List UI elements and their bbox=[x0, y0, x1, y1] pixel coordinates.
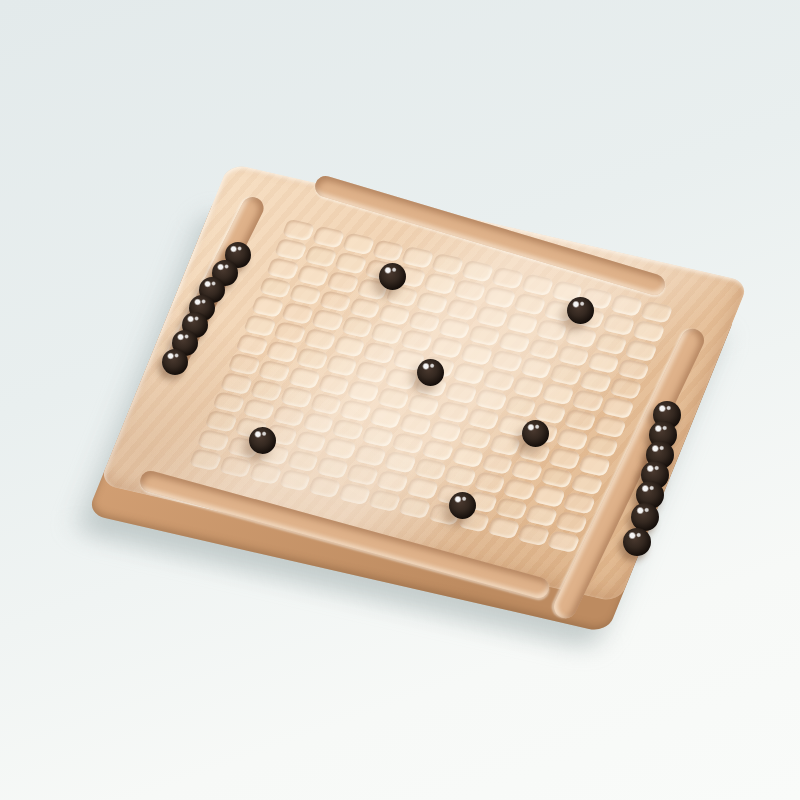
grid-cell-r8c4[interactable] bbox=[339, 399, 373, 422]
grid-cell-r4c1[interactable] bbox=[280, 302, 314, 325]
grid-cell-r3c0[interactable] bbox=[258, 276, 292, 299]
black-marble-board-5[interactable] bbox=[522, 420, 549, 447]
grid-cell-r5c3[interactable] bbox=[332, 335, 366, 358]
grid-cell-r8c7[interactable] bbox=[429, 420, 463, 443]
grid-cell-r4c4[interactable] bbox=[370, 323, 404, 346]
grid-cell-r0c12[interactable] bbox=[640, 301, 674, 324]
grid-cell-r5c11[interactable] bbox=[571, 389, 605, 412]
grid-cell-r5c9[interactable] bbox=[511, 376, 545, 399]
grid-cell-r10c5[interactable] bbox=[353, 444, 387, 467]
grid-cell-r7c7[interactable] bbox=[436, 400, 470, 423]
grid-cell-r6c4[interactable] bbox=[355, 361, 389, 384]
grid-cell-r4c8[interactable] bbox=[489, 350, 523, 373]
grid-cell-r11c7[interactable] bbox=[405, 477, 439, 500]
grid-cell-r8c6[interactable] bbox=[399, 413, 433, 436]
grid-cell-r10c4[interactable] bbox=[324, 437, 358, 460]
grid-cell-r3c8[interactable] bbox=[497, 331, 531, 354]
grid-cell-r0c2[interactable] bbox=[341, 232, 375, 255]
grid-cell-r7c0[interactable] bbox=[227, 353, 261, 376]
grid-cell-r1c5[interactable] bbox=[423, 272, 457, 295]
grid-cell-r8c9[interactable] bbox=[488, 433, 522, 456]
grid-cell-r1c1[interactable] bbox=[304, 245, 338, 268]
grid-cell-r7c1[interactable] bbox=[257, 359, 291, 382]
grid-cell-r12c12[interactable] bbox=[547, 530, 581, 553]
grid-cell-r6c0[interactable] bbox=[235, 333, 269, 356]
grid-cell-r0c11[interactable] bbox=[610, 294, 644, 317]
grid-cell-r5c4[interactable] bbox=[362, 342, 396, 365]
grid-cell-r6c8[interactable] bbox=[474, 388, 508, 411]
grid-cell-r9c3[interactable] bbox=[301, 411, 335, 434]
grid-cell-r9c9[interactable] bbox=[480, 452, 514, 475]
grid-cell-r3c7[interactable] bbox=[467, 324, 501, 347]
grid-cell-r8c0[interactable] bbox=[220, 372, 254, 395]
grid-cell-r0c3[interactable] bbox=[371, 239, 405, 262]
grid-cell-r9c6[interactable] bbox=[391, 432, 425, 455]
grid-cell-r11c12[interactable] bbox=[555, 511, 589, 534]
grid-cell-r10c0[interactable] bbox=[204, 410, 238, 433]
grid-cell-r11c0[interactable] bbox=[196, 429, 230, 452]
grid-cell-r6c11[interactable] bbox=[563, 409, 597, 432]
grid-cell-r4c6[interactable] bbox=[430, 336, 464, 359]
black-marble-left-tray-7[interactable] bbox=[162, 349, 188, 375]
grid-cell-r3c2[interactable] bbox=[318, 290, 352, 313]
grid-cell-r8c1[interactable] bbox=[249, 379, 283, 402]
grid-cell-r4c7[interactable] bbox=[460, 343, 494, 366]
grid-cell-r0c4[interactable] bbox=[401, 246, 435, 269]
grid-cell-r7c8[interactable] bbox=[466, 407, 500, 430]
grid-cell-r7c5[interactable] bbox=[377, 387, 411, 410]
grid-cell-r2c12[interactable] bbox=[624, 339, 658, 362]
grid-cell-r5c2[interactable] bbox=[303, 328, 337, 351]
grid-cell-r0c1[interactable] bbox=[311, 226, 345, 249]
grid-cell-r11c6[interactable] bbox=[375, 470, 409, 493]
grid-cell-r2c1[interactable] bbox=[296, 264, 330, 287]
grid-cell-r10c8[interactable] bbox=[443, 465, 477, 488]
black-marble-right-tray-7[interactable] bbox=[623, 528, 651, 556]
grid-cell-r12c6[interactable] bbox=[368, 489, 402, 512]
grid-cell-r8c11[interactable] bbox=[548, 447, 582, 470]
grid-cell-r2c7[interactable] bbox=[475, 305, 509, 328]
grid-cell-r6c2[interactable] bbox=[295, 347, 329, 370]
grid-cell-r0c8[interactable] bbox=[520, 273, 554, 296]
grid-cell-r4c12[interactable] bbox=[609, 377, 643, 400]
grid-cell-r10c12[interactable] bbox=[562, 492, 596, 515]
grid-cell-r10c3[interactable] bbox=[294, 431, 328, 454]
grid-cell-r6c5[interactable] bbox=[384, 368, 418, 391]
grid-cell-r4c9[interactable] bbox=[519, 357, 553, 380]
grid-cell-r7c2[interactable] bbox=[287, 366, 321, 389]
grid-cell-r2c0[interactable] bbox=[266, 257, 300, 280]
grid-cell-r0c5[interactable] bbox=[431, 253, 465, 276]
grid-cell-r6c12[interactable] bbox=[593, 415, 627, 438]
grid-cell-r2c11[interactable] bbox=[594, 332, 628, 355]
grid-cell-r8c2[interactable] bbox=[279, 385, 313, 408]
grid-cell-r5c8[interactable] bbox=[482, 369, 516, 392]
grid-cell-r2c9[interactable] bbox=[535, 318, 569, 341]
grid-cell-r11c11[interactable] bbox=[525, 504, 559, 527]
grid-cell-r7c6[interactable] bbox=[406, 394, 440, 417]
grid-cell-r12c11[interactable] bbox=[517, 523, 551, 546]
grid-cell-r9c2[interactable] bbox=[272, 405, 306, 428]
black-marble-right-tray-6[interactable] bbox=[631, 503, 659, 531]
grid-cell-r12c2[interactable] bbox=[248, 462, 282, 485]
grid-cell-r9c8[interactable] bbox=[451, 446, 485, 469]
grid-cell-r8c12[interactable] bbox=[578, 454, 612, 477]
grid-cell-r10c9[interactable] bbox=[473, 472, 507, 495]
grid-cell-r9c0[interactable] bbox=[212, 391, 246, 414]
grid-cell-r4c2[interactable] bbox=[310, 309, 344, 332]
grid-cell-r3c4[interactable] bbox=[378, 303, 412, 326]
grid-cell-r1c11[interactable] bbox=[602, 313, 636, 336]
grid-cell-r10c7[interactable] bbox=[413, 458, 447, 481]
grid-cell-r4c5[interactable] bbox=[400, 329, 434, 352]
black-marble-board-3[interactable] bbox=[417, 359, 444, 386]
grid-cell-r12c3[interactable] bbox=[278, 469, 312, 492]
grid-cell-r5c12[interactable] bbox=[601, 396, 635, 419]
grid-cell-r3c1[interactable] bbox=[288, 283, 322, 306]
grid-cell-r7c3[interactable] bbox=[317, 373, 351, 396]
grid-cell-r4c0[interactable] bbox=[251, 295, 285, 318]
grid-cell-r4c3[interactable] bbox=[340, 316, 374, 339]
grid-cell-r8c8[interactable] bbox=[458, 426, 492, 449]
black-marble-board-4[interactable] bbox=[249, 427, 276, 454]
grid-cell-r5c0[interactable] bbox=[243, 314, 277, 337]
grid-cell-r9c7[interactable] bbox=[421, 439, 455, 462]
black-marble-board-6[interactable] bbox=[449, 492, 476, 519]
grid-cell-r9c11[interactable] bbox=[540, 466, 574, 489]
grid-cell-r0c6[interactable] bbox=[461, 260, 495, 283]
grid-cell-r3c6[interactable] bbox=[437, 317, 471, 340]
grid-cell-r1c8[interactable] bbox=[513, 292, 547, 315]
grid-cell-r3c12[interactable] bbox=[617, 358, 651, 381]
scene-background bbox=[0, 0, 800, 800]
grid-cell-r3c11[interactable] bbox=[587, 351, 621, 374]
grid-cell-r12c4[interactable] bbox=[308, 476, 342, 499]
grid-cell-r1c12[interactable] bbox=[632, 320, 666, 343]
grid-cell-r1c7[interactable] bbox=[483, 286, 517, 309]
grid-cell-r11c5[interactable] bbox=[346, 463, 380, 486]
grid-cell-r9c1[interactable] bbox=[242, 398, 276, 421]
grid-cell-r12c0[interactable] bbox=[189, 448, 223, 471]
grid-cell-r8c5[interactable] bbox=[369, 406, 403, 429]
grid-cell-r1c6[interactable] bbox=[453, 279, 487, 302]
grid-cell-r3c9[interactable] bbox=[527, 338, 561, 361]
grid-cell-r3c3[interactable] bbox=[348, 297, 382, 320]
grid-cell-r9c12[interactable] bbox=[570, 473, 604, 496]
grid-cell-r10c6[interactable] bbox=[383, 451, 417, 474]
grid-cell-r5c10[interactable] bbox=[541, 383, 575, 406]
grid-cell-r5c1[interactable] bbox=[273, 321, 307, 344]
grid-cell-r10c10[interactable] bbox=[503, 478, 537, 501]
grid-cell-r7c4[interactable] bbox=[347, 380, 381, 403]
grid-cell-r4c10[interactable] bbox=[549, 364, 583, 387]
grid-cell-r3c5[interactable] bbox=[408, 310, 442, 333]
grid-cell-r6c3[interactable] bbox=[325, 354, 359, 377]
grid-cell-r2c10[interactable] bbox=[565, 325, 599, 348]
grid-cell-r11c3[interactable] bbox=[286, 450, 320, 473]
grid-cell-r6c1[interactable] bbox=[265, 340, 299, 363]
grid-cell-r1c0[interactable] bbox=[274, 238, 308, 261]
grid-cell-r0c7[interactable] bbox=[491, 266, 525, 289]
grid-cell-r2c2[interactable] bbox=[326, 271, 360, 294]
grid-cell-r12c1[interactable] bbox=[218, 455, 252, 478]
grid-cell-r12c10[interactable] bbox=[487, 517, 521, 540]
black-marble-board-1[interactable] bbox=[379, 263, 406, 290]
grid-cell-r2c8[interactable] bbox=[505, 312, 539, 335]
grid-cell-r7c12[interactable] bbox=[586, 435, 620, 458]
grid-cell-r2c5[interactable] bbox=[415, 291, 449, 314]
grid-cell-r9c10[interactable] bbox=[510, 459, 544, 482]
grid-cell-r11c4[interactable] bbox=[316, 456, 350, 479]
grid-cell-r1c2[interactable] bbox=[334, 251, 368, 274]
grid-cell-r6c7[interactable] bbox=[444, 381, 478, 404]
grid-cell-r11c10[interactable] bbox=[495, 497, 529, 520]
black-marble-board-2[interactable] bbox=[567, 297, 594, 324]
grid-cell-r3c10[interactable] bbox=[557, 344, 591, 367]
grid-cell-r2c6[interactable] bbox=[445, 298, 479, 321]
grid-cell-r4c11[interactable] bbox=[579, 370, 613, 393]
grid-cell-r10c11[interactable] bbox=[532, 485, 566, 508]
grid-cell-r12c5[interactable] bbox=[338, 482, 372, 505]
grid-cell-r0c0[interactable] bbox=[282, 219, 316, 242]
grid-cell-r6c9[interactable] bbox=[504, 395, 538, 418]
grid-cell-r9c5[interactable] bbox=[361, 425, 395, 448]
grid-cell-r5c7[interactable] bbox=[452, 362, 486, 385]
grid-cell-r7c11[interactable] bbox=[556, 428, 590, 451]
grid-cell-r8c3[interactable] bbox=[309, 392, 343, 415]
grid-cell-r9c4[interactable] bbox=[331, 418, 365, 441]
grid-cell-r12c7[interactable] bbox=[398, 496, 432, 519]
